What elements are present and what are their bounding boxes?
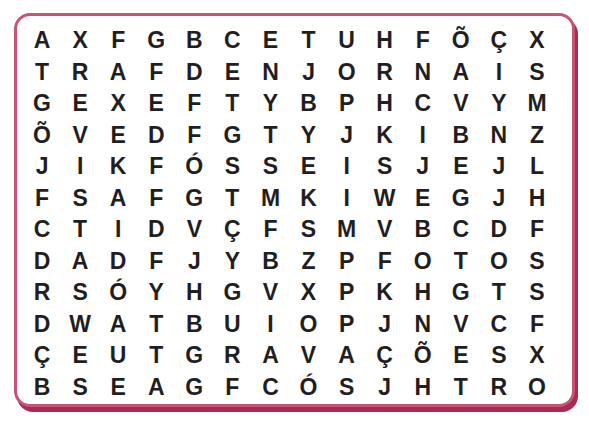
grid-cell[interactable]: D bbox=[137, 120, 175, 152]
grid-cell[interactable]: S bbox=[213, 151, 251, 183]
grid-cell[interactable]: B bbox=[175, 309, 213, 341]
grid-cell[interactable]: X bbox=[518, 25, 556, 57]
grid-cell[interactable]: K bbox=[366, 120, 404, 152]
grid-cell[interactable]: A bbox=[328, 340, 366, 372]
grid-cell[interactable]: Ó bbox=[99, 277, 137, 309]
grid-cell[interactable]: I bbox=[404, 120, 442, 152]
grid-cell[interactable]: P bbox=[328, 277, 366, 309]
grid-cell[interactable]: J bbox=[175, 246, 213, 278]
grid-cell[interactable]: C bbox=[442, 214, 480, 246]
grid-cell[interactable]: K bbox=[99, 151, 137, 183]
grid-cell[interactable]: Õ bbox=[442, 25, 480, 57]
grid-cell[interactable]: N bbox=[404, 57, 442, 89]
grid-cell[interactable]: B bbox=[175, 25, 213, 57]
grid-cell[interactable]: F bbox=[137, 246, 175, 278]
grid-cell[interactable]: S bbox=[251, 151, 289, 183]
grid-cell[interactable]: V bbox=[366, 214, 404, 246]
grid-cell[interactable]: C bbox=[251, 372, 289, 404]
grid-cell[interactable]: B bbox=[404, 214, 442, 246]
grid-cell[interactable]: G bbox=[442, 183, 480, 215]
grid-cell[interactable]: F bbox=[366, 246, 404, 278]
grid-cell[interactable]: Ç bbox=[213, 214, 251, 246]
grid-cell[interactable]: X bbox=[290, 277, 328, 309]
grid-cell[interactable]: F bbox=[175, 88, 213, 120]
grid-cell[interactable]: H bbox=[366, 25, 404, 57]
grid-cell[interactable]: Ó bbox=[290, 372, 328, 404]
grid-cell[interactable]: Y bbox=[251, 88, 289, 120]
grid-cell[interactable]: G bbox=[175, 372, 213, 404]
grid-cell[interactable]: D bbox=[99, 246, 137, 278]
grid-cell[interactable]: H bbox=[404, 277, 442, 309]
grid-cell[interactable]: C bbox=[23, 214, 61, 246]
grid-cell[interactable]: T bbox=[290, 25, 328, 57]
grid-cell[interactable]: O bbox=[480, 246, 518, 278]
grid-cell[interactable]: Ç bbox=[480, 25, 518, 57]
grid-cell[interactable]: O bbox=[290, 309, 328, 341]
grid-cell[interactable]: O bbox=[518, 372, 556, 404]
grid-cell[interactable]: Ç bbox=[23, 340, 61, 372]
grid-cell[interactable]: G bbox=[137, 25, 175, 57]
grid-cell[interactable]: V bbox=[290, 340, 328, 372]
grid-cell[interactable]: P bbox=[328, 88, 366, 120]
grid-cell[interactable]: C bbox=[480, 309, 518, 341]
grid-cell[interactable]: R bbox=[23, 277, 61, 309]
grid-cell[interactable]: S bbox=[61, 277, 99, 309]
grid-cell[interactable]: H bbox=[175, 277, 213, 309]
grid-cell[interactable]: X bbox=[99, 88, 137, 120]
grid-cell[interactable]: S bbox=[328, 372, 366, 404]
grid-cell[interactable]: T bbox=[137, 340, 175, 372]
grid-cell[interactable]: F bbox=[213, 372, 251, 404]
grid-cell[interactable]: S bbox=[61, 183, 99, 215]
grid-cell[interactable]: A bbox=[99, 309, 137, 341]
grid-cell[interactable]: F bbox=[23, 183, 61, 215]
grid-cell[interactable]: A bbox=[99, 57, 137, 89]
grid-cell[interactable]: G bbox=[175, 183, 213, 215]
grid-cell[interactable]: J bbox=[480, 151, 518, 183]
grid-cell[interactable]: Y bbox=[290, 120, 328, 152]
grid-cell[interactable]: N bbox=[251, 57, 289, 89]
grid-cell[interactable]: I bbox=[61, 151, 99, 183]
grid-cell[interactable]: E bbox=[99, 120, 137, 152]
grid-cell[interactable]: D bbox=[23, 309, 61, 341]
grid-cell[interactable]: M bbox=[251, 183, 289, 215]
grid-cell[interactable]: R bbox=[366, 57, 404, 89]
grid-cell[interactable]: T bbox=[61, 214, 99, 246]
grid-cell[interactable]: Ó bbox=[175, 151, 213, 183]
grid-cell[interactable]: I bbox=[480, 57, 518, 89]
grid-cell[interactable]: F bbox=[251, 214, 289, 246]
grid-cell[interactable]: C bbox=[213, 25, 251, 57]
grid-cell[interactable]: E bbox=[442, 340, 480, 372]
grid-cell[interactable]: J bbox=[404, 151, 442, 183]
grid-cell[interactable]: F bbox=[137, 183, 175, 215]
grid-cell[interactable]: G bbox=[213, 277, 251, 309]
grid-cell[interactable]: T bbox=[442, 246, 480, 278]
grid-cell[interactable]: T bbox=[137, 309, 175, 341]
grid-cell[interactable]: I bbox=[328, 151, 366, 183]
grid-cell[interactable]: A bbox=[137, 372, 175, 404]
grid-cell[interactable]: J bbox=[366, 372, 404, 404]
grid-cell[interactable]: B bbox=[251, 246, 289, 278]
grid-cell[interactable]: B bbox=[442, 120, 480, 152]
grid-cell[interactable]: H bbox=[404, 372, 442, 404]
grid-cell[interactable]: V bbox=[61, 120, 99, 152]
grid-cell[interactable]: P bbox=[328, 309, 366, 341]
word-search-board: AXFGBCETUHFÕÇXTRAFDENJORNAISGEXEFTYBPHCV… bbox=[14, 13, 575, 407]
grid-cell[interactable]: S bbox=[518, 246, 556, 278]
grid-cell[interactable]: M bbox=[328, 214, 366, 246]
grid-cell[interactable]: O bbox=[404, 246, 442, 278]
grid-cell[interactable]: D bbox=[23, 246, 61, 278]
grid-cell[interactable]: A bbox=[99, 183, 137, 215]
grid-cell[interactable]: E bbox=[213, 57, 251, 89]
grid-cell[interactable]: K bbox=[366, 277, 404, 309]
grid-cell[interactable]: S bbox=[366, 151, 404, 183]
grid-cell[interactable]: F bbox=[137, 151, 175, 183]
grid-cell[interactable]: L bbox=[518, 151, 556, 183]
grid-cell[interactable]: U bbox=[99, 340, 137, 372]
grid-cell[interactable]: E bbox=[290, 151, 328, 183]
grid-cell[interactable]: H bbox=[366, 88, 404, 120]
grid-cell[interactable]: F bbox=[518, 309, 556, 341]
grid-cell[interactable]: R bbox=[61, 57, 99, 89]
grid-cell[interactable]: J bbox=[366, 309, 404, 341]
grid-cell[interactable]: R bbox=[480, 372, 518, 404]
grid-cell[interactable]: G bbox=[442, 277, 480, 309]
grid-cell[interactable]: E bbox=[99, 372, 137, 404]
grid-cell[interactable]: W bbox=[366, 183, 404, 215]
grid-cell[interactable]: K bbox=[290, 183, 328, 215]
grid-cell[interactable]: C bbox=[404, 88, 442, 120]
grid-cell[interactable]: F bbox=[137, 57, 175, 89]
grid-cell[interactable]: Y bbox=[137, 277, 175, 309]
grid-cell[interactable]: D bbox=[480, 214, 518, 246]
grid-cell[interactable]: B bbox=[290, 88, 328, 120]
grid-cell[interactable]: E bbox=[61, 88, 99, 120]
grid-cell[interactable]: E bbox=[404, 183, 442, 215]
grid-cell[interactable]: S bbox=[518, 57, 556, 89]
grid-cell[interactable]: Õ bbox=[404, 340, 442, 372]
grid-cell[interactable]: U bbox=[328, 25, 366, 57]
grid-cell[interactable]: N bbox=[404, 309, 442, 341]
grid-cell[interactable]: B bbox=[23, 372, 61, 404]
grid-cell[interactable]: F bbox=[404, 25, 442, 57]
grid-cell[interactable]: U bbox=[213, 309, 251, 341]
grid-cell[interactable]: I bbox=[99, 214, 137, 246]
grid-cell[interactable]: O bbox=[328, 57, 366, 89]
grid-cell[interactable]: A bbox=[251, 340, 289, 372]
grid-cell[interactable]: E bbox=[251, 25, 289, 57]
grid-cell[interactable]: A bbox=[23, 25, 61, 57]
grid-cell[interactable]: S bbox=[61, 372, 99, 404]
grid-cell[interactable]: Y bbox=[480, 88, 518, 120]
grid-cell[interactable]: T bbox=[251, 120, 289, 152]
grid-cell[interactable]: V bbox=[251, 277, 289, 309]
grid-cell[interactable]: S bbox=[290, 214, 328, 246]
grid-cell[interactable]: D bbox=[175, 57, 213, 89]
grid-cell[interactable]: T bbox=[480, 277, 518, 309]
grid-cell[interactable]: T bbox=[23, 57, 61, 89]
grid-cell[interactable]: Õ bbox=[23, 120, 61, 152]
grid-cell[interactable]: A bbox=[61, 246, 99, 278]
grid-cell[interactable]: G bbox=[175, 340, 213, 372]
grid-cell[interactable]: X bbox=[518, 340, 556, 372]
grid-cell[interactable]: R bbox=[213, 340, 251, 372]
grid-cell[interactable]: A bbox=[442, 57, 480, 89]
grid-cell[interactable]: T bbox=[213, 88, 251, 120]
grid-cell[interactable]: D bbox=[137, 214, 175, 246]
grid-cell[interactable]: J bbox=[480, 183, 518, 215]
grid-cell[interactable]: I bbox=[328, 183, 366, 215]
grid-cell[interactable]: T bbox=[442, 372, 480, 404]
grid-cell[interactable]: Y bbox=[213, 246, 251, 278]
grid-cell[interactable]: I bbox=[251, 309, 289, 341]
grid-cell[interactable]: J bbox=[290, 57, 328, 89]
grid-cell[interactable]: V bbox=[442, 88, 480, 120]
grid-cell[interactable]: H bbox=[518, 183, 556, 215]
grid-cell[interactable]: E bbox=[442, 151, 480, 183]
grid-cell[interactable]: P bbox=[328, 246, 366, 278]
word-search-grid: AXFGBCETUHFÕÇXTRAFDENJORNAISGEXEFTYBPHCV… bbox=[17, 16, 572, 404]
grid-cell[interactable]: Ç bbox=[366, 340, 404, 372]
grid-cell[interactable]: J bbox=[328, 120, 366, 152]
grid-cell[interactable]: E bbox=[61, 340, 99, 372]
grid-cell[interactable]: W bbox=[61, 309, 99, 341]
grid-cell[interactable]: V bbox=[175, 214, 213, 246]
grid-cell[interactable]: X bbox=[61, 25, 99, 57]
grid-cell[interactable]: E bbox=[137, 88, 175, 120]
grid-cell[interactable]: Z bbox=[290, 246, 328, 278]
grid-cell[interactable]: Z bbox=[518, 120, 556, 152]
grid-cell[interactable]: S bbox=[480, 340, 518, 372]
grid-cell[interactable]: F bbox=[99, 25, 137, 57]
grid-cell[interactable]: N bbox=[480, 120, 518, 152]
grid-cell[interactable]: F bbox=[175, 120, 213, 152]
grid-cell[interactable]: G bbox=[23, 88, 61, 120]
grid-cell[interactable]: F bbox=[518, 214, 556, 246]
grid-cell[interactable]: T bbox=[213, 183, 251, 215]
grid-cell[interactable]: S bbox=[518, 277, 556, 309]
grid-cell[interactable]: J bbox=[23, 151, 61, 183]
grid-cell[interactable]: G bbox=[213, 120, 251, 152]
grid-cell[interactable]: V bbox=[442, 309, 480, 341]
grid-cell[interactable]: M bbox=[518, 88, 556, 120]
